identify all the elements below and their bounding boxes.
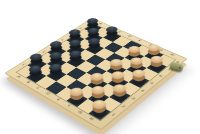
clasp-pin — [178, 66, 181, 69]
checker-dark[interactable] — [68, 57, 85, 67]
board-photo-stage: ABCDEFGH ABCDEFGH 87654321 87654321 — [0, 0, 200, 134]
board-grid — [17, 24, 175, 120]
square-h7[interactable] — [147, 61, 167, 73]
checkers-board: ABCDEFGH ABCDEFGH 87654321 87654321 — [4, 18, 187, 131]
board-frame: ABCDEFGH ABCDEFGH 87654321 87654321 — [4, 18, 187, 131]
